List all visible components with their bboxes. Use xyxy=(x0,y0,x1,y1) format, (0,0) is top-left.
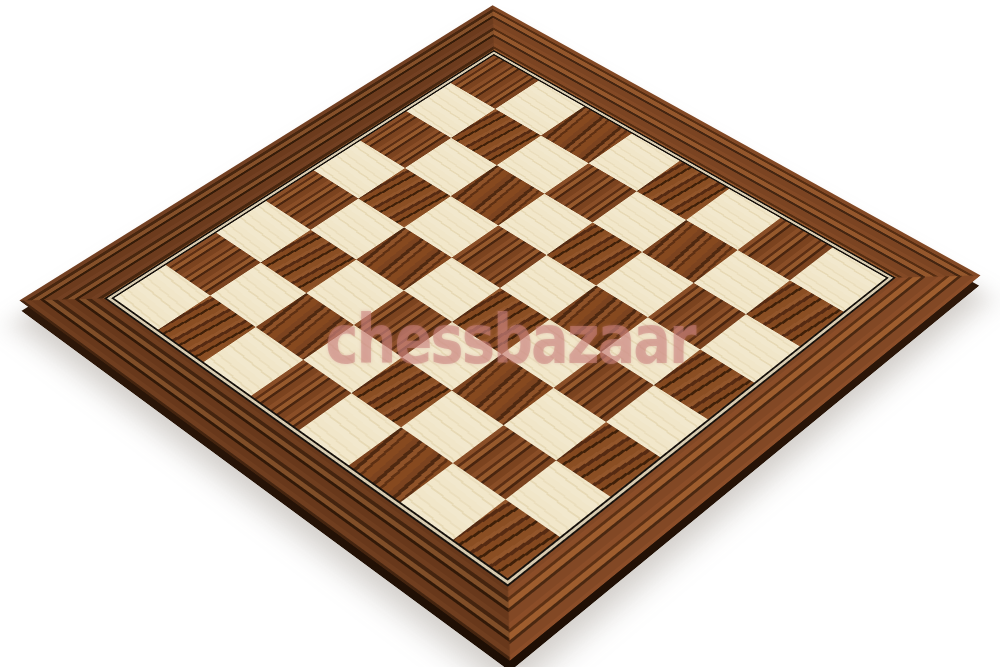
inlay-border xyxy=(104,50,896,587)
product-photo-scene: chessbazaar xyxy=(0,0,1000,667)
chess-board xyxy=(19,5,980,661)
board-top-face xyxy=(19,5,980,661)
squares-grid xyxy=(111,54,889,581)
